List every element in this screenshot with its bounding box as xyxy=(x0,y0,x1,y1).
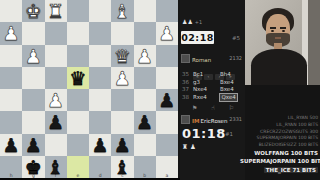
white-move[interactable]: Bc1 xyxy=(193,71,203,79)
white-move[interactable]: Nxe4 xyxy=(193,86,207,94)
square-f1[interactable] xyxy=(45,0,67,22)
streamer-eye-right xyxy=(282,30,285,32)
square-b8[interactable] xyxy=(134,156,156,178)
player-clock: 01:18 xyxy=(182,126,226,141)
square-d1[interactable] xyxy=(89,0,111,22)
square-h8[interactable] xyxy=(0,156,22,178)
square-a2[interactable] xyxy=(156,22,178,44)
opponent-clock: 02:18 xyxy=(181,31,214,44)
square-b6[interactable] xyxy=(134,111,156,133)
opponent-rating: 2132 xyxy=(229,54,242,63)
chess-stream-screenshot: hgfedcba♚♜♝♛♟♟♟♟♟♟♚♝♝♛♟♟♟♟♟♟♟ ♟♟+1 02:18… xyxy=(0,0,320,180)
square-a1[interactable] xyxy=(156,0,178,22)
bits-alert-text: LIL_RYAN 500 xyxy=(288,115,318,120)
bits-alert-text: WOLFFANG 100 BITS xyxy=(254,150,318,156)
square-f6[interactable] xyxy=(45,111,67,133)
game-actions[interactable]: ⚑ ☝ ⚐ xyxy=(192,104,240,111)
square-a6[interactable] xyxy=(156,111,178,133)
square-b7[interactable] xyxy=(134,134,156,156)
square-a5[interactable] xyxy=(156,89,178,111)
square-c8[interactable] xyxy=(111,156,133,178)
square-f2[interactable] xyxy=(45,22,67,44)
webcam xyxy=(245,0,320,85)
square-g7[interactable] xyxy=(22,134,44,156)
move-row: 37Nxe4Bxe4 xyxy=(181,86,245,94)
square-e3[interactable] xyxy=(67,45,89,67)
square-e2[interactable] xyxy=(67,22,89,44)
square-g6[interactable] xyxy=(22,111,44,133)
square-e7[interactable] xyxy=(67,134,89,156)
white-move[interactable]: Rxe4 xyxy=(193,94,207,102)
square-c1[interactable] xyxy=(111,0,133,22)
square-c4[interactable] xyxy=(111,67,133,89)
opponent-row[interactable]: Roman 2132 xyxy=(181,54,244,63)
bits-alert-text: LIL_RYAN 100 BITS xyxy=(276,122,318,127)
streamer-eyebrow-left xyxy=(270,27,276,29)
player-name[interactable]: EricRosen xyxy=(201,118,228,124)
square-b2[interactable] xyxy=(134,22,156,44)
square-f4[interactable] xyxy=(45,67,67,89)
square-a3[interactable] xyxy=(156,45,178,67)
square-b3[interactable] xyxy=(134,45,156,67)
player-avatar xyxy=(181,115,190,124)
opponent-avatar xyxy=(181,54,190,63)
white-move[interactable]: g3 xyxy=(193,79,200,87)
square-d2[interactable] xyxy=(89,22,111,44)
bits-alert-line: LIL_RYAN 100 BITS xyxy=(240,122,318,129)
square-a4[interactable] xyxy=(156,67,178,89)
bits-alert-text: SUPERMAJORPAIN 100 BITS xyxy=(257,135,318,140)
player-captured-icons: ♜ ♟ xyxy=(182,143,196,151)
square-b1[interactable] xyxy=(134,0,156,22)
square-g2[interactable] xyxy=(22,22,44,44)
square-f8[interactable] xyxy=(45,156,67,178)
material-advantage: +1 xyxy=(195,19,202,25)
square-e6[interactable] xyxy=(67,111,89,133)
square-c6[interactable] xyxy=(111,111,133,133)
square-d6[interactable] xyxy=(89,111,111,133)
chess-board[interactable]: hgfedcba♚♜♝♛♟♟♟♟♟♟♚♝♝♛♟♟♟♟♟♟♟ xyxy=(0,0,178,178)
move-number: 38 xyxy=(182,94,189,102)
square-g1[interactable] xyxy=(22,0,44,22)
square-g5[interactable] xyxy=(22,89,44,111)
square-c7[interactable] xyxy=(111,134,133,156)
move-row: 36g3Bxe4 xyxy=(181,79,245,87)
bits-alert-line: SUPERMAJORPAIN 100 BITS xyxy=(240,157,318,166)
square-h4[interactable] xyxy=(0,67,22,89)
square-d5[interactable] xyxy=(89,89,111,111)
square-h2[interactable] xyxy=(0,22,22,44)
square-h3[interactable] xyxy=(0,45,22,67)
square-a8[interactable] xyxy=(156,156,178,178)
square-h7[interactable] xyxy=(0,134,22,156)
streamer-torso xyxy=(251,49,307,85)
webcam-dark-edge xyxy=(308,0,320,85)
player-row[interactable]: IMEricRosen 2331 xyxy=(181,115,244,124)
square-e5[interactable] xyxy=(67,89,89,111)
streamer-mouth xyxy=(275,37,281,39)
material-row: ♟♟+1 xyxy=(182,18,202,27)
black-move[interactable]: Bxe4 xyxy=(220,79,234,87)
bits-alert-line: LIL_RYAN 500 xyxy=(240,115,318,122)
square-d7[interactable] xyxy=(89,134,111,156)
square-c5[interactable] xyxy=(111,89,133,111)
square-d3[interactable] xyxy=(89,45,111,67)
square-f5[interactable] xyxy=(45,89,67,111)
square-b4[interactable] xyxy=(134,67,156,89)
opponent-clock-tag: #5 xyxy=(232,35,240,41)
captured-pieces-icons: ♟♟ xyxy=(182,18,193,25)
bits-alert-text: SUPERMAJORPAIN 100 BITS xyxy=(240,158,320,164)
bits-alert-line: CRECRZZOZWSGUTS 300 xyxy=(240,129,318,136)
square-e8[interactable] xyxy=(67,156,89,178)
player-title-badge: IM xyxy=(192,118,200,124)
bits-alert-line: THE_ICE 71 BITS xyxy=(240,166,318,175)
bits-alert-line: WOLFFANG 100 BITS xyxy=(240,149,318,158)
move-row: 38Rxe4Qxe4 xyxy=(181,94,245,102)
square-g8[interactable] xyxy=(22,156,44,178)
black-move[interactable]: Bxe4 xyxy=(220,86,234,94)
move-number: 37 xyxy=(182,86,189,94)
bits-alert-text: BLIZEDOIGESIZZ 100 BITS xyxy=(259,142,318,147)
square-b5[interactable] xyxy=(134,89,156,111)
square-h1[interactable] xyxy=(0,0,22,22)
square-g3[interactable] xyxy=(22,45,44,67)
bits-alert-text: THE_ICE 71 BITS xyxy=(264,167,318,173)
move-number: 35 xyxy=(182,71,189,79)
square-f7[interactable] xyxy=(45,134,67,156)
black-move-current[interactable]: Qxe4 xyxy=(220,94,237,102)
streamer-eyebrow-right xyxy=(280,27,286,29)
black-move[interactable]: Bh4 xyxy=(220,71,231,79)
bits-alert-line: SUPERMAJORPAIN 100 BITS xyxy=(240,135,318,142)
move-number: 36 xyxy=(182,79,189,87)
bits-alert-line: BLIZEDOIGESIZZ 100 BITS xyxy=(240,142,318,149)
square-d4[interactable] xyxy=(89,67,111,89)
bits-alert-text: CRECRZZOZWSGUTS 300 xyxy=(260,129,318,134)
square-c3[interactable] xyxy=(111,45,133,67)
square-f3[interactable] xyxy=(45,45,67,67)
square-h6[interactable] xyxy=(0,111,22,133)
square-e1[interactable] xyxy=(67,0,89,22)
move-row: 35Bc1Bh4 xyxy=(181,71,245,79)
move-nav[interactable]: «‹›» xyxy=(193,63,237,70)
square-g4[interactable] xyxy=(22,67,44,89)
board-bottom-strip xyxy=(0,178,180,180)
player-clock-tag: #1 xyxy=(225,131,233,137)
square-c2[interactable] xyxy=(111,22,133,44)
square-e4[interactable] xyxy=(67,67,89,89)
square-d8[interactable] xyxy=(89,156,111,178)
streamer-eye-left xyxy=(271,30,274,32)
game-panel: ♟♟+1 02:18 #5 Roman 2132 «‹›» 35Bc1Bh436… xyxy=(180,0,245,180)
square-a7[interactable] xyxy=(156,134,178,156)
bits-alerts-list[interactable]: LIL_RYAN 500LIL_RYAN 100 BITSCRECRZZOZWS… xyxy=(240,115,318,179)
move-list[interactable]: 35Bc1Bh436g3Bxe437Nxe4Bxe438Rxe4Qxe4 xyxy=(181,71,245,101)
square-h5[interactable] xyxy=(0,89,22,111)
